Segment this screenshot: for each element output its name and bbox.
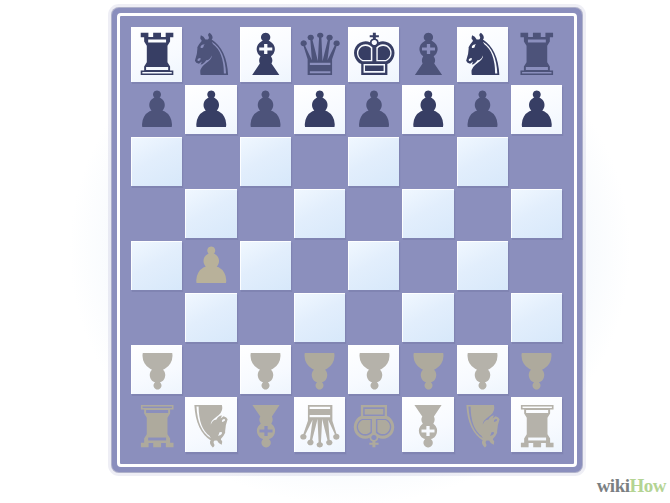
square-c3[interactable] [239, 292, 293, 344]
square-d5[interactable] [293, 188, 347, 240]
square-h4[interactable] [510, 240, 564, 292]
board-inner-frame: ♜♞♝♛♚♝♞♜♟♟♟♟♟♟♟♟♟♟♟♟♟♟♟♟♜♞♝♛♚♝♞♜ [117, 13, 577, 467]
white-bishop-f1[interactable]: ♝ [402, 396, 454, 454]
square-a7[interactable]: ♟ [130, 84, 184, 136]
square-e4[interactable] [347, 240, 401, 292]
light-square-tile [185, 189, 236, 238]
square-b4[interactable]: ♟ [184, 240, 238, 292]
square-h8[interactable]: ♜ [510, 26, 564, 84]
light-square-tile [131, 241, 182, 290]
white-rook-a1[interactable]: ♜ [131, 396, 183, 454]
square-d3[interactable] [293, 292, 347, 344]
square-a2[interactable]: ♟ [130, 344, 184, 396]
white-pawn-g2[interactable]: ♟ [460, 345, 505, 395]
square-f6[interactable] [401, 136, 455, 188]
white-pawn-d2[interactable]: ♟ [297, 345, 342, 395]
wikihow-logo: wikiHow [597, 475, 666, 497]
square-g4[interactable] [456, 240, 510, 292]
square-g3[interactable] [456, 292, 510, 344]
square-c1[interactable]: ♝ [239, 396, 293, 454]
white-pawn-a2[interactable]: ♟ [135, 345, 180, 395]
light-square-tile [240, 137, 291, 186]
wikihow-logo-wiki: wiki [597, 475, 630, 496]
black-pawn-e7[interactable]: ♟ [352, 85, 397, 135]
light-square-tile [402, 189, 453, 238]
square-f1[interactable]: ♝ [401, 396, 455, 454]
square-f3[interactable] [401, 292, 455, 344]
squares-grid: ♜♞♝♛♚♝♞♜♟♟♟♟♟♟♟♟♟♟♟♟♟♟♟♟♜♞♝♛♚♝♞♜ [130, 26, 564, 454]
square-d4[interactable] [293, 240, 347, 292]
square-e2[interactable]: ♟ [347, 344, 401, 396]
light-square-tile [457, 241, 508, 290]
square-e5[interactable] [347, 188, 401, 240]
white-bishop-c1[interactable]: ♝ [240, 396, 292, 454]
square-h6[interactable] [510, 136, 564, 188]
square-b2[interactable] [184, 344, 238, 396]
light-square-tile [185, 293, 236, 342]
white-pawn-h2[interactable]: ♟ [514, 345, 559, 395]
white-queen-d1[interactable]: ♛ [294, 396, 346, 454]
light-square-tile [348, 137, 399, 186]
square-a8[interactable]: ♜ [130, 26, 184, 84]
square-c6[interactable] [239, 136, 293, 188]
square-d8[interactable]: ♛ [293, 26, 347, 84]
square-g1[interactable]: ♞ [456, 396, 510, 454]
square-d6[interactable] [293, 136, 347, 188]
black-pawn-c7[interactable]: ♟ [243, 85, 288, 135]
white-pawn-c2[interactable]: ♟ [243, 345, 288, 395]
black-pawn-b7[interactable]: ♟ [189, 85, 234, 135]
square-g7[interactable]: ♟ [456, 84, 510, 136]
white-pawn-e2[interactable]: ♟ [352, 345, 397, 395]
square-d7[interactable]: ♟ [293, 84, 347, 136]
square-g5[interactable] [456, 188, 510, 240]
square-b6[interactable] [184, 136, 238, 188]
square-e3[interactable] [347, 292, 401, 344]
white-king-e1[interactable]: ♚ [348, 396, 400, 454]
black-pawn-f7[interactable]: ♟ [406, 85, 451, 135]
square-e8[interactable]: ♚ [347, 26, 401, 84]
black-bishop-c8[interactable]: ♝ [240, 26, 292, 84]
square-a4[interactable] [130, 240, 184, 292]
square-c8[interactable]: ♝ [239, 26, 293, 84]
square-b5[interactable] [184, 188, 238, 240]
square-c5[interactable] [239, 188, 293, 240]
square-h5[interactable] [510, 188, 564, 240]
square-c4[interactable] [239, 240, 293, 292]
square-g8[interactable]: ♞ [456, 26, 510, 84]
square-f4[interactable] [401, 240, 455, 292]
black-bishop-f8[interactable]: ♝ [402, 26, 454, 84]
black-pawn-g7[interactable]: ♟ [460, 85, 505, 135]
light-square-tile [402, 293, 453, 342]
square-a6[interactable] [130, 136, 184, 188]
wikihow-logo-how: How [630, 475, 667, 496]
black-rook-a8[interactable]: ♜ [131, 26, 183, 84]
square-f2[interactable]: ♟ [401, 344, 455, 396]
chess-board: ♜♞♝♛♚♝♞♜♟♟♟♟♟♟♟♟♟♟♟♟♟♟♟♟♜♞♝♛♚♝♞♜ [112, 8, 582, 472]
white-knight-b1[interactable]: ♞ [185, 396, 237, 454]
square-b1[interactable]: ♞ [184, 396, 238, 454]
light-square-tile [348, 241, 399, 290]
light-square-tile [294, 293, 345, 342]
white-pawn-b4[interactable]: ♟ [189, 241, 234, 291]
square-c2[interactable]: ♟ [239, 344, 293, 396]
white-knight-g1[interactable]: ♞ [457, 396, 509, 454]
black-pawn-a7[interactable]: ♟ [135, 85, 180, 135]
light-square-tile [294, 189, 345, 238]
square-f7[interactable]: ♟ [401, 84, 455, 136]
black-pawn-h7[interactable]: ♟ [514, 85, 559, 135]
square-c7[interactable]: ♟ [239, 84, 293, 136]
square-b3[interactable] [184, 292, 238, 344]
light-square-tile [511, 293, 562, 342]
light-square-tile [457, 137, 508, 186]
square-h3[interactable] [510, 292, 564, 344]
black-queen-d8[interactable]: ♛ [294, 26, 346, 84]
square-e6[interactable] [347, 136, 401, 188]
light-square-tile [511, 189, 562, 238]
square-a3[interactable] [130, 292, 184, 344]
square-h2[interactable]: ♟ [510, 344, 564, 396]
light-square-tile [240, 241, 291, 290]
black-pawn-d7[interactable]: ♟ [297, 85, 342, 135]
black-king-e8[interactable]: ♚ [348, 26, 400, 84]
square-e1[interactable]: ♚ [347, 396, 401, 454]
square-h1[interactable]: ♜ [510, 396, 564, 454]
white-pawn-f2[interactable]: ♟ [406, 345, 451, 395]
black-knight-g8[interactable]: ♞ [457, 26, 509, 84]
square-b7[interactable]: ♟ [184, 84, 238, 136]
square-e7[interactable]: ♟ [347, 84, 401, 136]
square-f5[interactable] [401, 188, 455, 240]
white-rook-h1[interactable]: ♜ [511, 396, 563, 454]
square-a1[interactable]: ♜ [130, 396, 184, 454]
square-h7[interactable]: ♟ [510, 84, 564, 136]
light-square-tile [131, 137, 182, 186]
square-g6[interactable] [456, 136, 510, 188]
black-rook-h8[interactable]: ♜ [511, 26, 563, 84]
square-d2[interactable]: ♟ [293, 344, 347, 396]
black-knight-b8[interactable]: ♞ [185, 26, 237, 84]
square-d1[interactable]: ♛ [293, 396, 347, 454]
square-a5[interactable] [130, 188, 184, 240]
square-g2[interactable]: ♟ [456, 344, 510, 396]
square-b8[interactable]: ♞ [184, 26, 238, 84]
illustration-background: ♜♞♝♛♚♝♞♜♟♟♟♟♟♟♟♟♟♟♟♟♟♟♟♟♜♞♝♛♚♝♞♜ wikiHow [0, 0, 670, 503]
square-f8[interactable]: ♝ [401, 26, 455, 84]
